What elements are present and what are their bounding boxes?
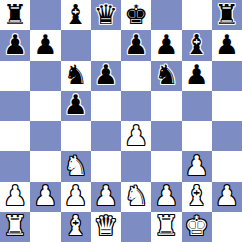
square-g4[interactable] bbox=[182, 121, 212, 151]
square-c4[interactable] bbox=[61, 121, 91, 151]
square-e6[interactable] bbox=[121, 61, 151, 91]
square-a6[interactable] bbox=[0, 61, 30, 91]
square-f8[interactable] bbox=[151, 0, 181, 30]
white-king: ♚ bbox=[185, 212, 209, 239]
square-f3[interactable] bbox=[151, 151, 181, 181]
square-g6[interactable]: ♟ bbox=[182, 61, 212, 91]
square-f4[interactable] bbox=[151, 121, 181, 151]
square-h6[interactable] bbox=[212, 61, 242, 91]
square-h4[interactable] bbox=[212, 121, 242, 151]
white-pawn: ♟ bbox=[154, 182, 178, 209]
square-e2[interactable]: ♞ bbox=[121, 182, 151, 212]
square-e7[interactable]: ♟ bbox=[121, 30, 151, 60]
square-g3[interactable]: ♟ bbox=[182, 151, 212, 181]
square-c3[interactable]: ♞ bbox=[61, 151, 91, 181]
black-pawn: ♟ bbox=[215, 31, 239, 58]
white-pawn: ♟ bbox=[124, 122, 148, 149]
square-h1[interactable] bbox=[212, 212, 242, 242]
square-d1[interactable]: ♛ bbox=[91, 212, 121, 242]
square-d5[interactable] bbox=[91, 91, 121, 121]
white-pawn: ♟ bbox=[33, 182, 57, 209]
square-f1[interactable]: ♜ bbox=[151, 212, 181, 242]
square-d6[interactable]: ♟ bbox=[91, 61, 121, 91]
square-f2[interactable]: ♟ bbox=[151, 182, 181, 212]
black-knight: ♞ bbox=[64, 61, 88, 88]
square-a4[interactable] bbox=[0, 121, 30, 151]
chess-board: ♜♝♛♚♜♟♟♟♟♝♟♞♟♞♟♟♟♞♟♟♟♟♟♞♟♝♟♜♝♛♜♚ bbox=[0, 0, 242, 242]
square-a8[interactable]: ♜ bbox=[0, 0, 30, 30]
square-d3[interactable] bbox=[91, 151, 121, 181]
black-knight: ♞ bbox=[154, 61, 178, 88]
white-rook: ♜ bbox=[3, 212, 27, 239]
square-e4[interactable]: ♟ bbox=[121, 121, 151, 151]
square-e3[interactable] bbox=[121, 151, 151, 181]
square-e1[interactable] bbox=[121, 212, 151, 242]
white-knight: ♞ bbox=[124, 182, 148, 209]
black-rook: ♜ bbox=[3, 1, 27, 28]
white-pawn: ♟ bbox=[185, 152, 209, 179]
black-pawn: ♟ bbox=[154, 31, 178, 58]
black-pawn: ♟ bbox=[185, 61, 209, 88]
black-pawn: ♟ bbox=[64, 91, 88, 118]
white-pawn: ♟ bbox=[3, 182, 27, 209]
square-a1[interactable]: ♜ bbox=[0, 212, 30, 242]
square-h3[interactable] bbox=[212, 151, 242, 181]
square-d7[interactable] bbox=[91, 30, 121, 60]
square-f6[interactable]: ♞ bbox=[151, 61, 181, 91]
white-rook: ♜ bbox=[154, 212, 178, 239]
black-bishop: ♝ bbox=[64, 1, 88, 28]
square-b8[interactable] bbox=[30, 0, 60, 30]
square-c6[interactable]: ♞ bbox=[61, 61, 91, 91]
square-e5[interactable] bbox=[121, 91, 151, 121]
square-b4[interactable] bbox=[30, 121, 60, 151]
square-h2[interactable]: ♟ bbox=[212, 182, 242, 212]
black-pawn: ♟ bbox=[3, 31, 27, 58]
square-b6[interactable] bbox=[30, 61, 60, 91]
square-b2[interactable]: ♟ bbox=[30, 182, 60, 212]
square-c8[interactable]: ♝ bbox=[61, 0, 91, 30]
square-b1[interactable] bbox=[30, 212, 60, 242]
white-knight: ♞ bbox=[64, 152, 88, 179]
square-c5[interactable]: ♟ bbox=[61, 91, 91, 121]
square-g2[interactable]: ♝ bbox=[182, 182, 212, 212]
square-h5[interactable] bbox=[212, 91, 242, 121]
square-d4[interactable] bbox=[91, 121, 121, 151]
square-a2[interactable]: ♟ bbox=[0, 182, 30, 212]
black-bishop: ♝ bbox=[185, 31, 209, 58]
square-a3[interactable] bbox=[0, 151, 30, 181]
white-queen: ♛ bbox=[94, 212, 118, 239]
square-f5[interactable] bbox=[151, 91, 181, 121]
white-pawn: ♟ bbox=[94, 182, 118, 209]
square-f7[interactable]: ♟ bbox=[151, 30, 181, 60]
black-king: ♚ bbox=[124, 1, 148, 28]
square-g5[interactable] bbox=[182, 91, 212, 121]
black-queen: ♛ bbox=[94, 1, 118, 28]
square-h8[interactable]: ♜ bbox=[212, 0, 242, 30]
white-bishop: ♝ bbox=[64, 212, 88, 239]
black-rook: ♜ bbox=[215, 1, 239, 28]
square-g8[interactable] bbox=[182, 0, 212, 30]
square-c1[interactable]: ♝ bbox=[61, 212, 91, 242]
square-b7[interactable]: ♟ bbox=[30, 30, 60, 60]
square-d8[interactable]: ♛ bbox=[91, 0, 121, 30]
square-c7[interactable] bbox=[61, 30, 91, 60]
black-pawn: ♟ bbox=[124, 31, 148, 58]
square-g1[interactable]: ♚ bbox=[182, 212, 212, 242]
square-h7[interactable]: ♟ bbox=[212, 30, 242, 60]
white-pawn: ♟ bbox=[64, 182, 88, 209]
black-pawn: ♟ bbox=[33, 31, 57, 58]
black-pawn: ♟ bbox=[94, 61, 118, 88]
square-e8[interactable]: ♚ bbox=[121, 0, 151, 30]
square-d2[interactable]: ♟ bbox=[91, 182, 121, 212]
square-c2[interactable]: ♟ bbox=[61, 182, 91, 212]
square-b3[interactable] bbox=[30, 151, 60, 181]
square-a7[interactable]: ♟ bbox=[0, 30, 30, 60]
white-bishop: ♝ bbox=[185, 182, 209, 209]
square-g7[interactable]: ♝ bbox=[182, 30, 212, 60]
square-b5[interactable] bbox=[30, 91, 60, 121]
square-a5[interactable] bbox=[0, 91, 30, 121]
white-pawn: ♟ bbox=[215, 182, 239, 209]
